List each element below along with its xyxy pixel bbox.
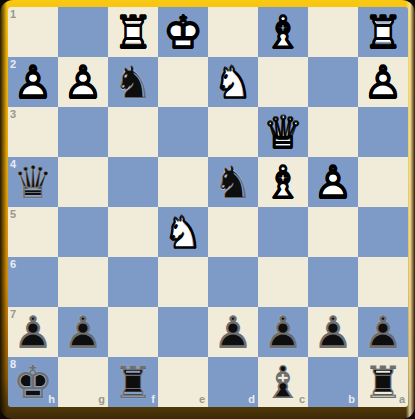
square-c8[interactable]: c♝♗ xyxy=(258,357,308,407)
square-g6[interactable] xyxy=(58,257,108,307)
square-a8[interactable]: a♜♖ xyxy=(358,357,408,407)
square-a2[interactable]: ♟♙ xyxy=(358,57,408,107)
piece-black-bishop-c8[interactable]: ♝♗ xyxy=(258,357,308,407)
piece-white-rook-a1[interactable]: ♜♖ xyxy=(358,7,408,57)
piece-white-bishop-c4[interactable]: ♝♗ xyxy=(258,157,308,207)
square-d8[interactable]: d xyxy=(208,357,258,407)
square-d7[interactable]: ♟♙ xyxy=(208,307,258,357)
square-d1[interactable] xyxy=(208,7,258,57)
piece-black-knight-f2[interactable]: ♞♘ xyxy=(108,57,158,107)
white-knight-outline: ♘ xyxy=(208,57,258,107)
square-h3[interactable]: 3 xyxy=(8,107,58,157)
white-knight-glyph: ♞ xyxy=(208,57,258,107)
black-pawn-glyph: ♟ xyxy=(8,307,58,357)
square-b2[interactable] xyxy=(308,57,358,107)
rank-label-3: 3 xyxy=(10,109,16,120)
white-pawn-outline: ♙ xyxy=(358,57,408,107)
black-pawn-glyph: ♟ xyxy=(358,307,408,357)
piece-white-knight-d2[interactable]: ♞♘ xyxy=(208,57,258,107)
square-f7[interactable] xyxy=(108,307,158,357)
piece-black-queen-h4[interactable]: ♛♕ xyxy=(8,157,58,207)
square-h5[interactable]: 5 xyxy=(8,207,58,257)
square-c4[interactable]: ♝♗ xyxy=(258,157,308,207)
piece-white-pawn-h2[interactable]: ♟♙ xyxy=(8,57,58,107)
square-h6[interactable]: 6 xyxy=(8,257,58,307)
piece-white-queen-c3[interactable]: ♛♕ xyxy=(258,107,308,157)
square-d4[interactable]: ♞♘ xyxy=(208,157,258,207)
square-a3[interactable] xyxy=(358,107,408,157)
black-queen-glyph: ♛ xyxy=(8,157,58,207)
white-rook-outline: ♖ xyxy=(108,7,158,57)
white-knight-outline: ♘ xyxy=(158,207,208,257)
square-c3[interactable]: ♛♕ xyxy=(258,107,308,157)
black-pawn-glyph: ♟ xyxy=(208,307,258,357)
square-h7[interactable]: 7♟♙ xyxy=(8,307,58,357)
piece-black-rook-f8[interactable]: ♜♖ xyxy=(108,357,158,407)
square-d2[interactable]: ♞♘ xyxy=(208,57,258,107)
black-rook-outline: ♖ xyxy=(108,357,158,407)
square-h2[interactable]: 2♟♙ xyxy=(8,57,58,107)
black-pawn-glyph: ♟ xyxy=(258,307,308,357)
square-b6[interactable] xyxy=(308,257,358,307)
black-knight-glyph: ♞ xyxy=(108,57,158,107)
black-pawn-outline: ♙ xyxy=(208,307,258,357)
white-bishop-glyph: ♝ xyxy=(258,7,308,57)
square-b7[interactable]: ♟♙ xyxy=(308,307,358,357)
square-e7[interactable] xyxy=(158,307,208,357)
square-c6[interactable] xyxy=(258,257,308,307)
piece-white-bishop-c1[interactable]: ♝♗ xyxy=(258,7,308,57)
white-knight-glyph: ♞ xyxy=(158,207,208,257)
file-label-g: g xyxy=(98,394,105,405)
square-b8[interactable]: b xyxy=(308,357,358,407)
square-g5[interactable] xyxy=(58,207,108,257)
white-pawn-glyph: ♟ xyxy=(58,57,108,107)
square-d5[interactable] xyxy=(208,207,258,257)
black-knight-outline: ♘ xyxy=(208,157,258,207)
square-b4[interactable]: ♟♙ xyxy=(308,157,358,207)
black-bishop-outline: ♗ xyxy=(258,357,308,407)
black-pawn-outline: ♙ xyxy=(358,307,408,357)
black-knight-outline: ♘ xyxy=(108,57,158,107)
square-h1[interactable]: 1 xyxy=(8,7,58,57)
piece-white-pawn-g2[interactable]: ♟♙ xyxy=(58,57,108,107)
rank-label-5: 5 xyxy=(10,209,16,220)
square-f6[interactable] xyxy=(108,257,158,307)
square-e1[interactable]: ♚♔ xyxy=(158,7,208,57)
black-rook-outline: ♖ xyxy=(358,357,408,407)
white-pawn-outline: ♙ xyxy=(308,157,358,207)
piece-white-pawn-b4[interactable]: ♟♙ xyxy=(308,157,358,207)
square-e2[interactable] xyxy=(158,57,208,107)
black-pawn-outline: ♙ xyxy=(308,307,358,357)
white-bishop-outline: ♗ xyxy=(258,157,308,207)
square-c7[interactable]: ♟♙ xyxy=(258,307,308,357)
white-bishop-outline: ♗ xyxy=(258,7,308,57)
black-pawn-outline: ♙ xyxy=(258,307,308,357)
black-bishop-glyph: ♝ xyxy=(258,357,308,407)
white-pawn-glyph: ♟ xyxy=(8,57,58,107)
piece-black-pawn-c7[interactable]: ♟♙ xyxy=(258,307,308,357)
black-pawn-outline: ♙ xyxy=(58,307,108,357)
piece-black-pawn-b7[interactable]: ♟♙ xyxy=(308,307,358,357)
square-c5[interactable] xyxy=(258,207,308,257)
square-f1[interactable]: ♜♖ xyxy=(108,7,158,57)
square-f4[interactable] xyxy=(108,157,158,207)
piece-black-pawn-a7[interactable]: ♟♙ xyxy=(358,307,408,357)
white-pawn-glyph: ♟ xyxy=(308,157,358,207)
piece-white-rook-f1[interactable]: ♜♖ xyxy=(108,7,158,57)
square-a4[interactable] xyxy=(358,157,408,207)
square-c1[interactable]: ♝♗ xyxy=(258,7,308,57)
square-g8[interactable]: g xyxy=(58,357,108,407)
black-king-outline: ♔ xyxy=(8,357,58,407)
square-f2[interactable]: ♞♘ xyxy=(108,57,158,107)
white-bishop-glyph: ♝ xyxy=(258,157,308,207)
square-e4[interactable] xyxy=(158,157,208,207)
black-rook-glyph: ♜ xyxy=(108,357,158,407)
black-pawn-glyph: ♟ xyxy=(308,307,358,357)
white-pawn-outline: ♙ xyxy=(58,57,108,107)
square-e3[interactable] xyxy=(158,107,208,157)
square-g2[interactable]: ♟♙ xyxy=(58,57,108,107)
square-d6[interactable] xyxy=(208,257,258,307)
rank-label-1: 1 xyxy=(10,9,16,20)
square-g3[interactable] xyxy=(58,107,108,157)
piece-black-pawn-d7[interactable]: ♟♙ xyxy=(208,307,258,357)
black-pawn-glyph: ♟ xyxy=(58,307,108,357)
square-f3[interactable] xyxy=(108,107,158,157)
square-a5[interactable] xyxy=(358,207,408,257)
black-pawn-outline: ♙ xyxy=(8,307,58,357)
file-label-d: d xyxy=(248,394,255,405)
black-king-glyph: ♚ xyxy=(8,357,58,407)
piece-black-king-h8[interactable]: ♚♔ xyxy=(8,357,58,407)
square-e6[interactable] xyxy=(158,257,208,307)
square-f8[interactable]: f♜♖ xyxy=(108,357,158,407)
black-rook-glyph: ♜ xyxy=(358,357,408,407)
white-pawn-glyph: ♟ xyxy=(358,57,408,107)
square-e8[interactable]: e xyxy=(158,357,208,407)
white-rook-glyph: ♜ xyxy=(358,7,408,57)
piece-black-knight-d4[interactable]: ♞♘ xyxy=(208,157,258,207)
square-b5[interactable] xyxy=(308,207,358,257)
square-a6[interactable] xyxy=(358,257,408,307)
square-g1[interactable] xyxy=(58,7,108,57)
piece-black-rook-a8[interactable]: ♜♖ xyxy=(358,357,408,407)
file-label-b: b xyxy=(348,394,355,405)
chess-board: 1♜♖♚♔♝♗♜♖2♟♙♟♙♞♘♞♘♟♙3♛♕4♛♕♞♘♝♗♟♙5♞♘67♟♙♟… xyxy=(8,7,408,407)
piece-black-pawn-g7[interactable]: ♟♙ xyxy=(58,307,108,357)
white-rook-outline: ♖ xyxy=(358,7,408,57)
square-e5[interactable]: ♞♘ xyxy=(158,207,208,257)
white-king-outline: ♔ xyxy=(158,7,208,57)
piece-white-knight-e5[interactable]: ♞♘ xyxy=(158,207,208,257)
white-pawn-outline: ♙ xyxy=(8,57,58,107)
white-queen-outline: ♕ xyxy=(258,107,308,157)
white-queen-glyph: ♛ xyxy=(258,107,308,157)
square-h4[interactable]: 4♛♕ xyxy=(8,157,58,207)
black-knight-glyph: ♞ xyxy=(208,157,258,207)
square-g7[interactable]: ♟♙ xyxy=(58,307,108,357)
piece-black-pawn-h7[interactable]: ♟♙ xyxy=(8,307,58,357)
chess-app-window: 1♜♖♚♔♝♗♜♖2♟♙♟♙♞♘♞♘♟♙3♛♕4♛♕♞♘♝♗♟♙5♞♘67♟♙♟… xyxy=(0,0,415,419)
square-f5[interactable] xyxy=(108,207,158,257)
rank-label-6: 6 xyxy=(10,259,16,270)
square-b1[interactable] xyxy=(308,7,358,57)
white-king-glyph: ♚ xyxy=(158,7,208,57)
piece-white-king-e1[interactable]: ♚♔ xyxy=(158,7,208,57)
file-label-e: e xyxy=(199,394,205,405)
square-a1[interactable]: ♜♖ xyxy=(358,7,408,57)
piece-white-pawn-a2[interactable]: ♟♙ xyxy=(358,57,408,107)
square-c2[interactable] xyxy=(258,57,308,107)
square-d3[interactable] xyxy=(208,107,258,157)
square-h8[interactable]: 8h♚♔ xyxy=(8,357,58,407)
white-rook-glyph: ♜ xyxy=(108,7,158,57)
square-a7[interactable]: ♟♙ xyxy=(358,307,408,357)
black-queen-outline: ♕ xyxy=(8,157,58,207)
square-g4[interactable] xyxy=(58,157,108,207)
square-b3[interactable] xyxy=(308,107,358,157)
